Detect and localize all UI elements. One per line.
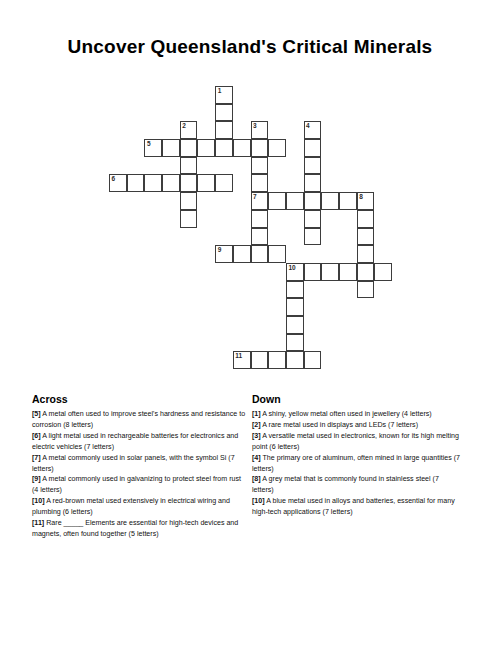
clue-text: A metal often used to improve steel's ha… [32, 410, 245, 429]
clue-text: A rare metal used in displays and LEDs (… [262, 421, 418, 429]
grid-cell[interactable] [162, 139, 180, 157]
grid-cell[interactable]: 10 [286, 263, 304, 281]
grid-cell[interactable] [304, 139, 322, 157]
clue-label: [9] [32, 475, 41, 483]
down-header: Down [252, 393, 462, 405]
across-clue-11: [11] Rare _____ Elements are essential f… [32, 518, 247, 540]
grid-cell[interactable] [339, 263, 357, 281]
clue-label: [11] [32, 519, 44, 527]
grid-cell[interactable] [215, 139, 233, 157]
clue-label: [2] [252, 421, 261, 429]
grid-cell[interactable] [304, 157, 322, 175]
grid-cell[interactable] [251, 139, 269, 157]
grid-cell[interactable] [286, 192, 304, 210]
grid-cell[interactable]: 4 [304, 121, 322, 139]
grid-cell[interactable] [357, 245, 375, 263]
grid-cell[interactable] [215, 104, 233, 122]
across-clue-list: [5] A metal often used to improve steel'… [32, 409, 247, 540]
grid-cell[interactable]: 7 [251, 192, 269, 210]
across-clue-10: [10] A red-brown metal used extensively … [32, 496, 247, 518]
clue-label: [1] [252, 410, 261, 418]
grid-cell[interactable] [286, 281, 304, 299]
grid-cell[interactable] [180, 192, 198, 210]
clue-label: [6] [32, 432, 41, 440]
grid-cell[interactable] [197, 139, 215, 157]
down-clue-10: [10] A blue metal used in alloys and bat… [252, 496, 462, 518]
grid-cell[interactable] [127, 174, 145, 192]
clue-text: A light metal used in rechargeable batte… [32, 432, 238, 451]
grid-cell[interactable] [304, 192, 322, 210]
clue-text: A metal commonly used in solar panels, w… [32, 454, 235, 473]
clue-number-10: 10 [288, 264, 295, 271]
grid-cell[interactable] [180, 139, 198, 157]
grid-cell[interactable]: 1 [215, 86, 233, 104]
grid-cell[interactable] [321, 192, 339, 210]
across-clue-5: [5] A metal often used to improve steel'… [32, 409, 247, 431]
grid-cell[interactable] [215, 174, 233, 192]
clue-text: A shiny, yellow metal often used in jewe… [262, 410, 431, 418]
clue-number-3: 3 [253, 122, 257, 129]
grid-cell[interactable] [162, 174, 180, 192]
grid-cell[interactable]: 8 [357, 192, 375, 210]
down-clue-4: [4] The primary ore of aluminum, often m… [252, 453, 462, 475]
grid-cell[interactable] [251, 228, 269, 246]
clue-label: [7] [32, 454, 41, 462]
grid-cell[interactable] [251, 351, 269, 369]
grid-cell[interactable] [268, 192, 286, 210]
down-clue-2: [2] A rare metal used in displays and LE… [252, 420, 462, 431]
crossword-grid: 1234567891011 [109, 86, 392, 369]
grid-cell[interactable] [233, 139, 251, 157]
grid-cell[interactable] [304, 228, 322, 246]
clue-text: A metal commonly used in galvanizing to … [32, 475, 241, 494]
clue-number-9: 9 [218, 246, 222, 253]
clue-number-1: 1 [218, 87, 222, 94]
down-clue-1: [1] A shiny, yellow metal often used in … [252, 409, 462, 420]
puzzle-title: Uncover Queensland's Critical Minerals [0, 36, 500, 58]
clue-text: A blue metal used in alloys and batterie… [252, 497, 455, 516]
puzzle-page: Uncover Queensland's Critical Minerals 1… [0, 0, 500, 647]
grid-cell[interactable]: 2 [180, 121, 198, 139]
clue-number-8: 8 [359, 193, 363, 200]
grid-cell[interactable] [304, 210, 322, 228]
across-header: Across [32, 393, 247, 405]
down-clues-section: Down [1] A shiny, yellow metal often use… [252, 393, 462, 518]
clue-number-7: 7 [253, 193, 257, 200]
grid-cell[interactable]: 11 [233, 351, 251, 369]
clue-number-5: 5 [147, 140, 151, 147]
clue-number-6: 6 [112, 175, 116, 182]
clue-number-11: 11 [235, 352, 242, 359]
grid-cell[interactable] [286, 334, 304, 352]
grid-cell[interactable] [215, 121, 233, 139]
grid-cell[interactable]: 6 [109, 174, 127, 192]
grid-cell[interactable] [286, 298, 304, 316]
across-clue-9: [9] A metal commonly used in galvanizing… [32, 474, 247, 496]
grid-cell[interactable] [251, 245, 269, 263]
grid-cell[interactable] [357, 263, 375, 281]
clue-label: [8] [252, 475, 261, 483]
down-clue-8: [8] A grey metal that is commonly found … [252, 474, 462, 496]
grid-cell[interactable] [321, 263, 339, 281]
clue-text: A versatile metal used in electronics, k… [252, 432, 459, 451]
grid-cell[interactable]: 5 [144, 139, 162, 157]
grid-cell[interactable] [180, 157, 198, 175]
grid-cell[interactable] [268, 351, 286, 369]
grid-cell[interactable] [268, 245, 286, 263]
clue-text: A red-brown metal used extensively in el… [32, 497, 230, 516]
clue-text: Rare _____ Elements are essential for hi… [32, 519, 238, 538]
grid-cell[interactable] [251, 174, 269, 192]
grid-cell[interactable]: 3 [251, 121, 269, 139]
grid-cell[interactable] [339, 192, 357, 210]
grid-cell[interactable] [144, 174, 162, 192]
grid-cell[interactable] [304, 174, 322, 192]
grid-cell[interactable] [197, 174, 215, 192]
grid-cell[interactable] [233, 245, 251, 263]
grid-cell[interactable] [286, 351, 304, 369]
clue-number-4: 4 [306, 122, 310, 129]
clue-text: The primary ore of aluminum, often mined… [252, 454, 460, 473]
clue-label: [5] [32, 410, 41, 418]
grid-cell[interactable] [251, 157, 269, 175]
clue-text: A grey metal that is commonly found in s… [252, 475, 439, 494]
grid-cell[interactable] [251, 210, 269, 228]
clue-label: [10] [32, 497, 45, 505]
grid-cell[interactable] [357, 210, 375, 228]
grid-cell[interactable] [357, 228, 375, 246]
grid-cell[interactable] [180, 210, 198, 228]
across-clues-section: Across [5] A metal often used to improve… [32, 393, 247, 540]
grid-cell[interactable] [180, 174, 198, 192]
grid-cell[interactable] [268, 139, 286, 157]
grid-cell[interactable] [374, 263, 392, 281]
across-clue-6: [6] A light metal used in rechargeable b… [32, 431, 247, 453]
grid-cell[interactable] [286, 316, 304, 334]
clue-label: [4] [252, 454, 261, 462]
clue-label: [3] [252, 432, 261, 440]
down-clue-list: [1] A shiny, yellow metal often used in … [252, 409, 462, 518]
grid-cell[interactable]: 9 [215, 245, 233, 263]
grid-cell[interactable] [357, 281, 375, 299]
grid-cell[interactable] [304, 351, 322, 369]
clue-number-2: 2 [182, 122, 186, 129]
down-clue-3: [3] A versatile metal used in electronic… [252, 431, 462, 453]
across-clue-7: [7] A metal commonly used in solar panel… [32, 453, 247, 475]
clue-label: [10] [252, 497, 265, 505]
grid-cell[interactable] [304, 263, 322, 281]
